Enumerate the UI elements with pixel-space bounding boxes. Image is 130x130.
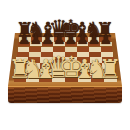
piece-white-rook: ♜ xyxy=(98,56,121,82)
piece-black-pawn: ♟ xyxy=(100,32,113,46)
chess-box-side xyxy=(8,86,122,103)
chess-set-photo: ♜♞♝♛♚♝♞♜♟♟♟♟♟♟♟♟♟♟♟♟♟♟♟♟♜♞♝♛♚♝♞♜ xyxy=(0,0,130,130)
